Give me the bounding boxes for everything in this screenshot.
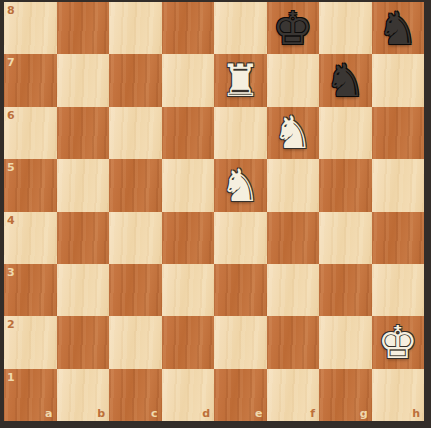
square-d8[interactable] [162,2,215,54]
square-b1[interactable]: b [57,369,110,421]
square-e4[interactable] [214,212,267,264]
square-a3[interactable]: 3 [4,264,57,316]
rank-label-7: 7 [7,57,15,68]
square-c6[interactable] [109,107,162,159]
rank-label-6: 6 [7,110,15,121]
square-b5[interactable] [57,159,110,211]
white-king-h2[interactable]: ♚ [372,316,425,368]
square-c2[interactable] [109,316,162,368]
black-knight-h8[interactable]: ♞ [372,2,425,54]
square-a7[interactable]: 7 [4,54,57,106]
rank-label-8: 8 [7,5,15,16]
square-h3[interactable] [372,264,425,316]
file-label-c: c [151,408,158,419]
square-f4[interactable] [267,212,320,264]
file-label-e: e [255,408,262,419]
rank-label-5: 5 [7,162,15,173]
file-label-h: h [412,408,420,419]
square-h1[interactable]: h [372,369,425,421]
square-e5[interactable]: ♞ [214,159,267,211]
chess-board: 8♚♞7♜♞6♞5♞432♚1abcdefgh [4,2,424,421]
square-d6[interactable] [162,107,215,159]
square-a4[interactable]: 4 [4,212,57,264]
square-a1[interactable]: 1a [4,369,57,421]
square-c3[interactable] [109,264,162,316]
square-g1[interactable]: g [319,369,372,421]
file-label-f: f [310,408,315,419]
file-label-d: d [202,408,210,419]
board-frame: 8♚♞7♜♞6♞5♞432♚1abcdefgh [0,0,431,428]
black-knight-g7[interactable]: ♞ [319,54,372,106]
square-g2[interactable] [319,316,372,368]
rank-label-3: 3 [7,267,15,278]
square-c8[interactable] [109,2,162,54]
square-g8[interactable] [319,2,372,54]
white-rook-e7[interactable]: ♜ [214,54,267,106]
square-b6[interactable] [57,107,110,159]
square-c1[interactable]: c [109,369,162,421]
square-g5[interactable] [319,159,372,211]
square-d3[interactable] [162,264,215,316]
file-label-b: b [97,408,105,419]
square-a5[interactable]: 5 [4,159,57,211]
square-e3[interactable] [214,264,267,316]
square-b7[interactable] [57,54,110,106]
rank-label-4: 4 [7,215,15,226]
square-d5[interactable] [162,159,215,211]
square-g3[interactable] [319,264,372,316]
square-f5[interactable] [267,159,320,211]
square-h7[interactable] [372,54,425,106]
rank-label-1: 1 [7,372,15,383]
square-d4[interactable] [162,212,215,264]
square-a8[interactable]: 8 [4,2,57,54]
square-b2[interactable] [57,316,110,368]
square-f8[interactable]: ♚ [267,2,320,54]
square-e7[interactable]: ♜ [214,54,267,106]
square-f6[interactable]: ♞ [267,107,320,159]
square-b8[interactable] [57,2,110,54]
square-e6[interactable] [214,107,267,159]
square-h8[interactable]: ♞ [372,2,425,54]
file-label-g: g [360,408,368,419]
square-d1[interactable]: d [162,369,215,421]
square-h6[interactable] [372,107,425,159]
square-c5[interactable] [109,159,162,211]
file-label-a: a [45,408,52,419]
square-g7[interactable]: ♞ [319,54,372,106]
square-b4[interactable] [57,212,110,264]
square-d7[interactable] [162,54,215,106]
square-f3[interactable] [267,264,320,316]
square-f7[interactable] [267,54,320,106]
square-h5[interactable] [372,159,425,211]
white-knight-e5[interactable]: ♞ [214,159,267,211]
square-h2[interactable]: ♚ [372,316,425,368]
square-c7[interactable] [109,54,162,106]
square-b3[interactable] [57,264,110,316]
square-e1[interactable]: e [214,369,267,421]
square-c4[interactable] [109,212,162,264]
square-g4[interactable] [319,212,372,264]
square-a2[interactable]: 2 [4,316,57,368]
white-knight-f6[interactable]: ♞ [267,107,320,159]
square-e8[interactable] [214,2,267,54]
square-f2[interactable] [267,316,320,368]
square-f1[interactable]: f [267,369,320,421]
square-d2[interactable] [162,316,215,368]
square-e2[interactable] [214,316,267,368]
black-king-f8[interactable]: ♚ [267,2,320,54]
rank-label-2: 2 [7,319,15,330]
square-g6[interactable] [319,107,372,159]
square-h4[interactable] [372,212,425,264]
square-a6[interactable]: 6 [4,107,57,159]
